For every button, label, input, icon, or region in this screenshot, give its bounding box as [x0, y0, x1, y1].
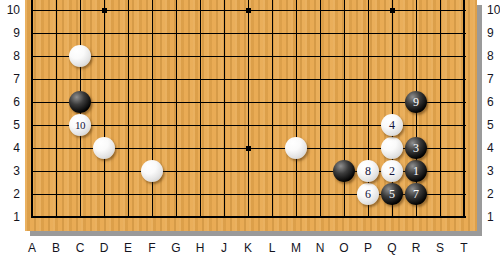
star-point-Q10 — [390, 8, 395, 13]
star-point-K4 — [246, 146, 251, 151]
stone-black-R3[interactable]: 1 — [405, 160, 427, 182]
move-number-10: 10 — [75, 120, 85, 131]
row-label-right-2: 2 — [487, 186, 500, 202]
stone-white-C5[interactable]: 10 — [69, 114, 91, 136]
col-label-K: K — [240, 240, 256, 256]
row-label-right-4: 4 — [487, 140, 500, 156]
col-label-D: D — [96, 240, 112, 256]
go-diagram: 12345678910 1010998877665544332211ABCDEF… — [0, 0, 500, 260]
row-label-left-4: 4 — [0, 140, 20, 156]
row-label-right-5: 5 — [487, 117, 500, 133]
row-label-right-6: 6 — [487, 94, 500, 110]
stone-black-C6[interactable] — [69, 91, 91, 113]
row-label-right-9: 9 — [487, 25, 500, 41]
col-label-O: O — [336, 240, 352, 256]
col-label-J: J — [216, 240, 232, 256]
col-label-T: T — [456, 240, 472, 256]
stone-white-Q3[interactable]: 2 — [381, 160, 403, 182]
col-label-S: S — [432, 240, 448, 256]
stone-white-D4[interactable] — [93, 137, 115, 159]
stone-white-P2[interactable]: 6 — [357, 183, 379, 205]
move-number-3: 3 — [413, 142, 419, 154]
col-label-L: L — [264, 240, 280, 256]
star-point-K10 — [246, 8, 251, 13]
stone-white-F3[interactable] — [141, 160, 163, 182]
move-number-2: 2 — [389, 165, 395, 177]
stone-black-R4[interactable]: 3 — [405, 137, 427, 159]
stone-white-Q4[interactable] — [381, 137, 403, 159]
col-label-R: R — [408, 240, 424, 256]
grid-line-row-1 — [31, 216, 466, 218]
grid-line-row-9 — [31, 33, 466, 34]
row-label-left-1: 1 — [0, 209, 20, 225]
grid-line-row-6 — [31, 102, 466, 103]
col-label-P: P — [360, 240, 376, 256]
row-label-right-7: 7 — [487, 71, 500, 87]
row-label-left-6: 6 — [0, 94, 20, 110]
col-label-E: E — [120, 240, 136, 256]
move-number-8: 8 — [365, 165, 371, 177]
col-label-H: H — [192, 240, 208, 256]
move-number-7: 7 — [413, 188, 419, 200]
col-label-N: N — [312, 240, 328, 256]
col-label-M: M — [288, 240, 304, 256]
col-label-C: C — [72, 240, 88, 256]
row-label-right-3: 3 — [487, 163, 500, 179]
grid-line-row-7 — [31, 79, 466, 80]
col-label-F: F — [144, 240, 160, 256]
row-label-right-1: 1 — [487, 209, 500, 225]
col-label-B: B — [48, 240, 64, 256]
stone-black-R2[interactable]: 7 — [405, 183, 427, 205]
row-label-left-10: 10 — [0, 2, 20, 18]
row-label-left-5: 5 — [0, 117, 20, 133]
stone-black-R6[interactable]: 9 — [405, 91, 427, 113]
row-label-left-9: 9 — [0, 25, 20, 41]
move-number-5: 5 — [389, 188, 395, 200]
col-label-Q: Q — [384, 240, 400, 256]
move-number-1: 1 — [413, 165, 419, 177]
row-label-left-7: 7 — [0, 71, 20, 87]
row-label-left-2: 2 — [0, 186, 20, 202]
col-label-G: G — [168, 240, 184, 256]
stone-white-M4[interactable] — [285, 137, 307, 159]
row-label-right-10: 10 — [487, 2, 500, 18]
row-label-left-3: 3 — [0, 163, 20, 179]
move-number-6: 6 — [365, 188, 371, 200]
stone-white-Q5[interactable]: 4 — [381, 114, 403, 136]
row-label-right-8: 8 — [487, 48, 500, 64]
move-number-9: 9 — [413, 96, 419, 108]
stone-black-O3[interactable] — [333, 160, 355, 182]
move-number-4: 4 — [389, 119, 395, 131]
row-label-left-8: 8 — [0, 48, 20, 64]
stone-white-P3[interactable]: 8 — [357, 160, 379, 182]
stone-white-C8[interactable] — [69, 45, 91, 67]
col-label-A: A — [24, 240, 40, 256]
grid-line-row-8 — [31, 56, 466, 57]
stone-black-Q2[interactable]: 5 — [381, 183, 403, 205]
star-point-D10 — [102, 8, 107, 13]
